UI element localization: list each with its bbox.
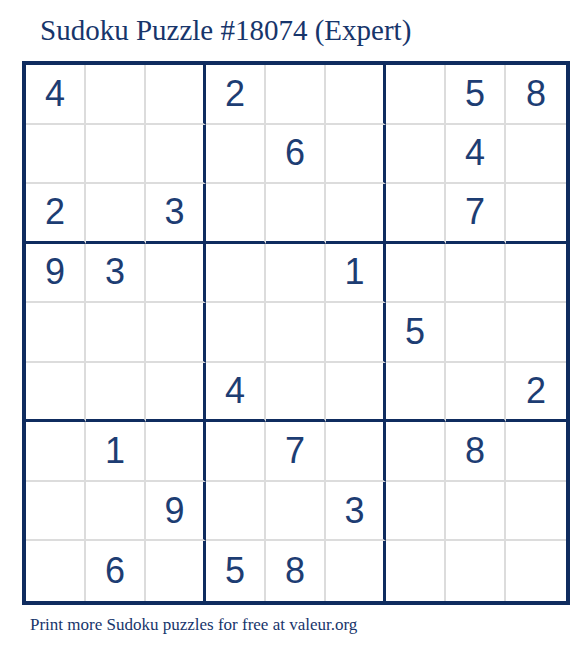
cell-r2c6[interactable] xyxy=(326,125,386,185)
cell-r3c6[interactable] xyxy=(326,184,386,244)
cell-r4c7[interactable] xyxy=(386,244,446,304)
cell-r1c2[interactable] xyxy=(86,65,146,125)
cell-r1c7[interactable] xyxy=(386,65,446,125)
cell-r4c4[interactable] xyxy=(206,244,266,304)
cell-r5c3[interactable] xyxy=(146,303,206,363)
cell-r1c8[interactable]: 5 xyxy=(446,65,506,125)
page-title: Sudoku Puzzle #18074 (Expert) xyxy=(40,14,411,47)
cell-r1c1[interactable]: 4 xyxy=(26,65,86,125)
cell-r7c7[interactable] xyxy=(386,422,446,482)
cell-r7c8[interactable]: 8 xyxy=(446,422,506,482)
cell-r9c3[interactable] xyxy=(146,541,206,601)
cell-r8c5[interactable] xyxy=(266,482,326,542)
cell-r2c4[interactable] xyxy=(206,125,266,185)
cell-r3c2[interactable] xyxy=(86,184,146,244)
sudoku-board: 42586423793154217893658 xyxy=(22,61,570,605)
cell-r3c3[interactable]: 3 xyxy=(146,184,206,244)
cell-r4c8[interactable] xyxy=(446,244,506,304)
cell-r9c5[interactable]: 8 xyxy=(266,541,326,601)
cell-r4c2[interactable]: 3 xyxy=(86,244,146,304)
cell-r7c5[interactable]: 7 xyxy=(266,422,326,482)
cell-r6c5[interactable] xyxy=(266,363,326,423)
cell-r1c5[interactable] xyxy=(266,65,326,125)
cell-r8c7[interactable] xyxy=(386,482,446,542)
cell-r5c5[interactable] xyxy=(266,303,326,363)
cell-r5c8[interactable] xyxy=(446,303,506,363)
cell-r9c7[interactable] xyxy=(386,541,446,601)
cell-r4c9[interactable] xyxy=(506,244,566,304)
cell-r4c6[interactable]: 1 xyxy=(326,244,386,304)
cell-r9c2[interactable]: 6 xyxy=(86,541,146,601)
cell-r5c1[interactable] xyxy=(26,303,86,363)
cell-r2c2[interactable] xyxy=(86,125,146,185)
cell-r6c4[interactable]: 4 xyxy=(206,363,266,423)
cell-r8c4[interactable] xyxy=(206,482,266,542)
cell-r1c3[interactable] xyxy=(146,65,206,125)
cell-r8c9[interactable] xyxy=(506,482,566,542)
cell-r1c4[interactable]: 2 xyxy=(206,65,266,125)
cell-r6c6[interactable] xyxy=(326,363,386,423)
cell-r4c3[interactable] xyxy=(146,244,206,304)
cell-r3c1[interactable]: 2 xyxy=(26,184,86,244)
cell-r5c4[interactable] xyxy=(206,303,266,363)
cell-r8c8[interactable] xyxy=(446,482,506,542)
cell-r9c8[interactable] xyxy=(446,541,506,601)
cell-r3c8[interactable]: 7 xyxy=(446,184,506,244)
cell-r7c6[interactable] xyxy=(326,422,386,482)
cell-r5c6[interactable] xyxy=(326,303,386,363)
cell-r9c1[interactable] xyxy=(26,541,86,601)
cell-r6c8[interactable] xyxy=(446,363,506,423)
cell-r5c7[interactable]: 5 xyxy=(386,303,446,363)
sudoku-page: Sudoku Puzzle #18074 (Expert) 4258642379… xyxy=(0,0,580,651)
cell-r2c7[interactable] xyxy=(386,125,446,185)
cell-r3c5[interactable] xyxy=(266,184,326,244)
cell-r7c3[interactable] xyxy=(146,422,206,482)
cell-r8c3[interactable]: 9 xyxy=(146,482,206,542)
cell-r9c4[interactable]: 5 xyxy=(206,541,266,601)
cell-r2c8[interactable]: 4 xyxy=(446,125,506,185)
cell-r6c7[interactable] xyxy=(386,363,446,423)
cell-r4c1[interactable]: 9 xyxy=(26,244,86,304)
cell-r6c9[interactable]: 2 xyxy=(506,363,566,423)
footer-text: Print more Sudoku puzzles for free at va… xyxy=(30,615,357,635)
cell-r5c9[interactable] xyxy=(506,303,566,363)
cell-r8c1[interactable] xyxy=(26,482,86,542)
cell-r2c1[interactable] xyxy=(26,125,86,185)
cell-r7c9[interactable] xyxy=(506,422,566,482)
cell-r6c3[interactable] xyxy=(146,363,206,423)
cell-r1c6[interactable] xyxy=(326,65,386,125)
cell-r6c2[interactable] xyxy=(86,363,146,423)
cell-r8c2[interactable] xyxy=(86,482,146,542)
cell-r7c2[interactable]: 1 xyxy=(86,422,146,482)
cell-r3c7[interactable] xyxy=(386,184,446,244)
cell-r4c5[interactable] xyxy=(266,244,326,304)
cell-r2c3[interactable] xyxy=(146,125,206,185)
cell-r7c4[interactable] xyxy=(206,422,266,482)
cell-r9c9[interactable] xyxy=(506,541,566,601)
cell-r2c9[interactable] xyxy=(506,125,566,185)
cell-r2c5[interactable]: 6 xyxy=(266,125,326,185)
cell-r1c9[interactable]: 8 xyxy=(506,65,566,125)
cell-r3c9[interactable] xyxy=(506,184,566,244)
cell-r9c6[interactable] xyxy=(326,541,386,601)
cell-r7c1[interactable] xyxy=(26,422,86,482)
cell-r6c1[interactable] xyxy=(26,363,86,423)
cell-r5c2[interactable] xyxy=(86,303,146,363)
cell-r3c4[interactable] xyxy=(206,184,266,244)
cell-r8c6[interactable]: 3 xyxy=(326,482,386,542)
